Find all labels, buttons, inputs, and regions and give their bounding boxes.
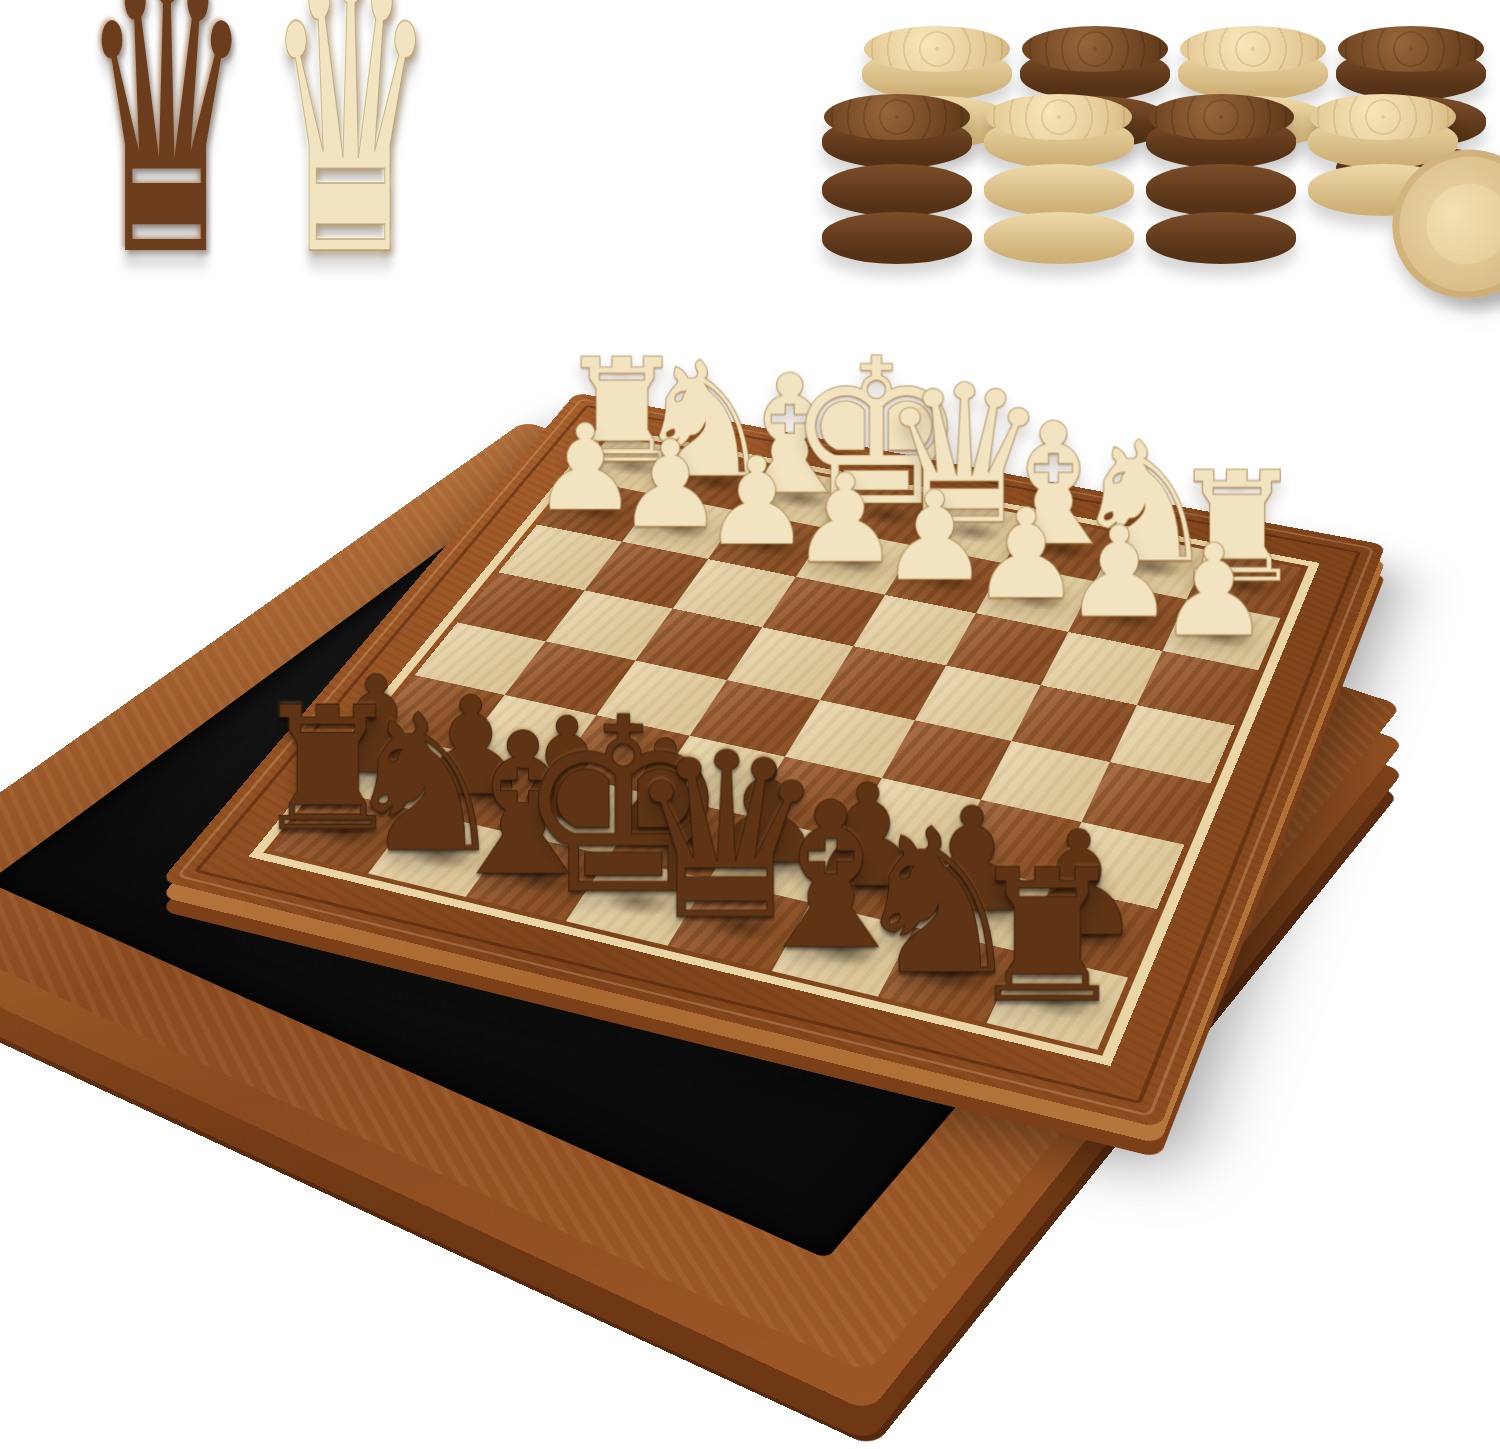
checkers-stack-dark [822,98,972,264]
queen-pieces-display: ♛ ♛ [30,0,460,322]
checker-disc-light [984,164,1134,216]
product-photo-scene: ♛ ♛ ♜♞♝♚♛♝♞♜♟♟♟♟♟♟♟♟♟♟♟♟♟♟♟♟♜♞♝♚♛♝♞♜ [0,0,1500,1449]
checker-disc-light [1178,48,1328,100]
checker-disc-dark [1146,164,1296,216]
checkers-stack-light [1308,98,1458,264]
checker-disc-light [984,116,1134,168]
checker-disc-dark [822,164,972,216]
checkers-row-front [822,98,1458,264]
checker-disc-dark [1146,212,1296,264]
checker-disc-dark [1336,48,1486,100]
checkers-stack-light [984,98,1134,264]
checkers-display [822,6,1478,336]
square-d4[interactable] [820,646,946,720]
checker-disc-dark [1146,116,1296,168]
checker-disc-light [862,48,1012,100]
piece-white-pawn[interactable]: ♟ [1087,531,1341,652]
checker-disc-dark [822,212,972,264]
display-queen-light: ♛ [264,0,437,310]
square-a8[interactable]: ♜ [987,952,1128,1050]
checker-disc-dark [822,116,972,168]
checker-disc-light [984,212,1134,264]
display-queen-dark: ♛ [80,0,253,310]
checker-disc-dark [1020,48,1170,100]
piece-black-rook[interactable]: ♜ [898,850,1197,1025]
checkers-stack-dark [1146,98,1296,264]
